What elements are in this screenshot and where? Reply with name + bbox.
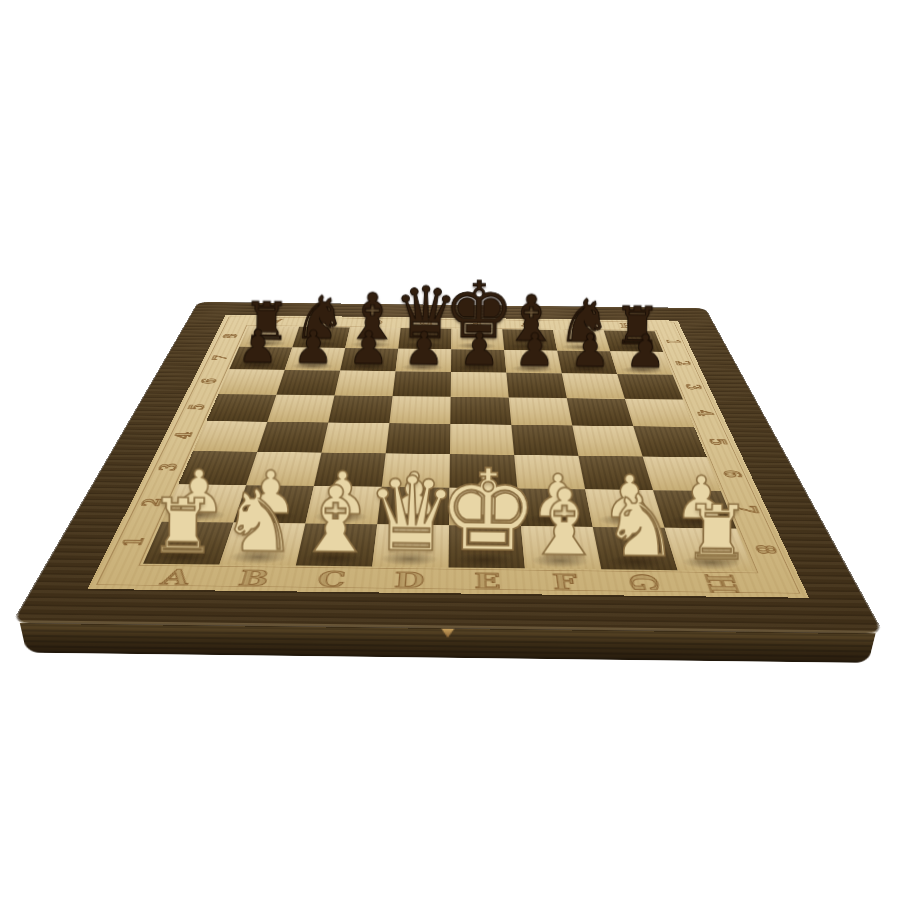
board-front-edge — [20, 623, 876, 663]
black-pawn-f7[interactable]: ♟ — [514, 327, 555, 373]
square-a5[interactable] — [206, 394, 276, 422]
square-d7[interactable]: ♟ — [396, 349, 452, 372]
file-label-front-b: B — [211, 565, 296, 592]
clasp-mark — [441, 628, 455, 638]
square-a7[interactable]: ♟ — [229, 347, 292, 370]
square-f7[interactable]: ♟ — [504, 350, 562, 373]
white-rook-a1[interactable]: ♜ — [148, 488, 216, 564]
black-pawn-e7[interactable]: ♟ — [458, 326, 499, 372]
square-h6[interactable] — [617, 374, 683, 400]
square-h7[interactable]: ♟ — [610, 351, 672, 374]
square-f5[interactable] — [509, 397, 573, 425]
square-a4[interactable] — [193, 421, 267, 452]
square-b1[interactable]: ♞ — [219, 523, 305, 566]
black-pawn-c7[interactable]: ♟ — [348, 325, 389, 371]
coordinate-border: ♜♞♝♛♚♝♞♜♟♟♟♟♟♟♟♟♟♟♟♟♟♟♟♟♜♞♝♛♚♝♞♜ ABCDEFG… — [88, 315, 809, 598]
white-rook-h1[interactable]: ♜ — [682, 494, 750, 570]
scene: ♜♞♝♛♚♝♞♜♟♟♟♟♟♟♟♟♟♟♟♟♟♟♟♟♜♞♝♛♚♝♞♜ ABCDEFG… — [0, 0, 900, 900]
square-e7[interactable]: ♟ — [451, 349, 506, 372]
square-f6[interactable] — [506, 373, 566, 399]
file-label-front-a: A — [132, 564, 220, 591]
black-pawn-g7[interactable]: ♟ — [569, 328, 610, 374]
square-b7[interactable]: ♟ — [285, 347, 346, 370]
white-knight-b1[interactable]: ♞ — [220, 479, 297, 565]
black-pawn-h7[interactable]: ♟ — [624, 328, 665, 374]
chess-board: ♜♞♝♛♚♝♞♜♟♟♟♟♟♟♟♟♟♟♟♟♟♟♟♟♜♞♝♛♚♝♞♜ ABCDEFG… — [13, 302, 883, 633]
square-g1[interactable]: ♞ — [593, 527, 678, 570]
square-c4[interactable] — [321, 423, 389, 454]
square-b6[interactable] — [276, 370, 340, 395]
square-d6[interactable] — [393, 371, 451, 396]
file-label-front-c: C — [290, 566, 372, 593]
square-g7[interactable]: ♟ — [557, 351, 617, 374]
square-c6[interactable] — [335, 371, 396, 396]
file-label-front-d: D — [369, 566, 448, 593]
square-c7[interactable]: ♟ — [340, 348, 398, 371]
square-h4[interactable] — [633, 426, 707, 457]
square-g6[interactable] — [562, 373, 625, 399]
square-e5[interactable] — [450, 397, 511, 425]
square-b5[interactable] — [267, 395, 334, 423]
square-b4[interactable] — [257, 422, 328, 453]
file-label-front-e: E — [448, 567, 527, 594]
square-e6[interactable] — [451, 372, 509, 397]
square-g4[interactable] — [572, 425, 642, 456]
square-a6[interactable] — [218, 369, 284, 394]
square-e1[interactable]: ♚ — [449, 525, 525, 568]
white-bishop-c1[interactable]: ♝ — [293, 473, 376, 565]
black-pawn-d7[interactable]: ♟ — [403, 326, 444, 372]
square-h5[interactable] — [625, 399, 694, 427]
black-pawn-b7[interactable]: ♟ — [292, 324, 333, 370]
black-pawn-a7[interactable]: ♟ — [237, 324, 278, 370]
white-knight-g1[interactable]: ♞ — [601, 484, 678, 570]
board-tilt-wrapper: ♜♞♝♛♚♝♞♜♟♟♟♟♟♟♟♟♟♟♟♟♟♟♟♟♜♞♝♛♚♝♞♜ ABCDEFG… — [0, 0, 900, 900]
white-bishop-f1[interactable]: ♝ — [522, 476, 605, 568]
square-f1[interactable]: ♝ — [521, 526, 601, 569]
square-c5[interactable] — [328, 395, 392, 423]
file-label-front-f: F — [525, 568, 607, 595]
square-d5[interactable] — [389, 396, 450, 424]
board-grid: ♜♞♝♛♚♝♞♜♟♟♟♟♟♟♟♟♟♟♟♟♟♟♟♟♜♞♝♛♚♝♞♜ — [143, 326, 754, 571]
square-g5[interactable] — [567, 398, 634, 426]
